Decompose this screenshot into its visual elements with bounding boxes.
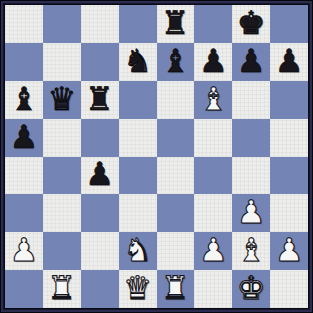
square-e6[interactable] (157, 81, 195, 119)
square-g2[interactable]: ♝ (232, 232, 270, 270)
square-g4[interactable] (232, 157, 270, 195)
black-queen-b6[interactable]: ♛ (43, 81, 81, 119)
square-e1[interactable]: ♜ (157, 270, 195, 308)
square-f5[interactable] (194, 119, 232, 157)
square-c2[interactable] (81, 232, 119, 270)
square-c7[interactable] (81, 43, 119, 81)
square-f4[interactable] (194, 157, 232, 195)
square-e2[interactable] (157, 232, 195, 270)
white-pawn-f2[interactable]: ♟ (194, 232, 232, 270)
square-d4[interactable] (119, 157, 157, 195)
square-a4[interactable] (5, 157, 43, 195)
black-pawn-g7[interactable]: ♟ (232, 43, 270, 81)
square-a2[interactable]: ♟ (5, 232, 43, 270)
black-bishop-e7[interactable]: ♝ (157, 43, 195, 81)
square-c5[interactable] (81, 119, 119, 157)
square-e4[interactable] (157, 157, 195, 195)
white-pawn-g3[interactable]: ♟ (232, 194, 270, 232)
square-g3[interactable]: ♟ (232, 194, 270, 232)
square-c6[interactable]: ♜ (81, 81, 119, 119)
square-d2[interactable]: ♞ (119, 232, 157, 270)
square-h6[interactable] (270, 81, 308, 119)
white-rook-b1[interactable]: ♜ (43, 270, 81, 308)
square-f1[interactable] (194, 270, 232, 308)
square-d5[interactable] (119, 119, 157, 157)
square-b5[interactable] (43, 119, 81, 157)
black-pawn-h7[interactable]: ♟ (270, 43, 308, 81)
black-pawn-a5[interactable]: ♟ (5, 119, 43, 157)
black-pawn-c4[interactable]: ♟ (81, 157, 119, 195)
chess-board: ♜♚♞♝♟♟♟♝♛♜♝♟♟♟♟♞♟♝♟♜♛♜♚ (5, 5, 308, 308)
square-b7[interactable] (43, 43, 81, 81)
square-g1[interactable]: ♚ (232, 270, 270, 308)
square-g5[interactable] (232, 119, 270, 157)
black-knight-d7[interactable]: ♞ (119, 43, 157, 81)
square-b6[interactable]: ♛ (43, 81, 81, 119)
square-b4[interactable] (43, 157, 81, 195)
square-a6[interactable]: ♝ (5, 81, 43, 119)
square-g6[interactable] (232, 81, 270, 119)
square-h8[interactable] (270, 5, 308, 43)
square-c8[interactable] (81, 5, 119, 43)
square-e5[interactable] (157, 119, 195, 157)
white-pawn-a2[interactable]: ♟ (5, 232, 43, 270)
square-b8[interactable] (43, 5, 81, 43)
black-rook-e8[interactable]: ♜ (157, 5, 195, 43)
square-f7[interactable]: ♟ (194, 43, 232, 81)
square-e7[interactable]: ♝ (157, 43, 195, 81)
chess-board-frame: ♜♚♞♝♟♟♟♝♛♜♝♟♟♟♟♞♟♝♟♜♛♜♚ (0, 0, 313, 313)
square-a8[interactable] (5, 5, 43, 43)
square-a5[interactable]: ♟ (5, 119, 43, 157)
square-d3[interactable] (119, 194, 157, 232)
square-d1[interactable]: ♛ (119, 270, 157, 308)
square-h4[interactable] (270, 157, 308, 195)
square-h5[interactable] (270, 119, 308, 157)
white-rook-e1[interactable]: ♜ (157, 270, 195, 308)
square-h3[interactable] (270, 194, 308, 232)
square-d8[interactable] (119, 5, 157, 43)
square-g8[interactable]: ♚ (232, 5, 270, 43)
white-queen-d1[interactable]: ♛ (119, 270, 157, 308)
square-c1[interactable] (81, 270, 119, 308)
square-f8[interactable] (194, 5, 232, 43)
white-bishop-f6[interactable]: ♝ (194, 81, 232, 119)
black-pawn-f7[interactable]: ♟ (194, 43, 232, 81)
square-g7[interactable]: ♟ (232, 43, 270, 81)
white-bishop-g2[interactable]: ♝ (232, 232, 270, 270)
square-f2[interactable]: ♟ (194, 232, 232, 270)
white-knight-d2[interactable]: ♞ (119, 232, 157, 270)
square-b2[interactable] (43, 232, 81, 270)
square-a7[interactable] (5, 43, 43, 81)
black-bishop-a6[interactable]: ♝ (5, 81, 43, 119)
square-d7[interactable]: ♞ (119, 43, 157, 81)
square-b1[interactable]: ♜ (43, 270, 81, 308)
black-rook-c6[interactable]: ♜ (81, 81, 119, 119)
square-d6[interactable] (119, 81, 157, 119)
square-f6[interactable]: ♝ (194, 81, 232, 119)
square-h7[interactable]: ♟ (270, 43, 308, 81)
square-e8[interactable]: ♜ (157, 5, 195, 43)
black-king-g8[interactable]: ♚ (232, 5, 270, 43)
square-a1[interactable] (5, 270, 43, 308)
square-c4[interactable]: ♟ (81, 157, 119, 195)
square-b3[interactable] (43, 194, 81, 232)
square-e3[interactable] (157, 194, 195, 232)
square-f3[interactable] (194, 194, 232, 232)
square-c3[interactable] (81, 194, 119, 232)
white-king-g1[interactable]: ♚ (232, 270, 270, 308)
square-a3[interactable] (5, 194, 43, 232)
square-h1[interactable] (270, 270, 308, 308)
square-h2[interactable]: ♟ (270, 232, 308, 270)
white-pawn-h2[interactable]: ♟ (270, 232, 308, 270)
